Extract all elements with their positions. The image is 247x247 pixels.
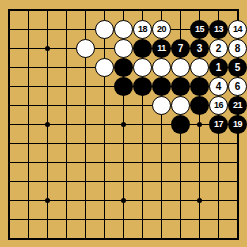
move-number: 5 xyxy=(235,63,241,73)
move-number: 6 xyxy=(235,82,241,92)
move-number: 11 xyxy=(157,44,166,53)
move-number: 14 xyxy=(233,25,242,34)
black-stone: 5 xyxy=(228,58,247,77)
black-stone xyxy=(171,77,190,96)
move-number: 4 xyxy=(216,82,222,92)
black-stone: 17 xyxy=(209,115,228,134)
white-stone xyxy=(190,58,209,77)
white-stone: 20 xyxy=(152,20,171,39)
move-number: 16 xyxy=(214,101,223,110)
white-stone: 4 xyxy=(209,77,228,96)
white-stone xyxy=(133,58,152,77)
white-stone: 14 xyxy=(228,20,247,39)
black-stone: 21 xyxy=(228,96,247,115)
move-number: 17 xyxy=(214,120,223,129)
black-stone xyxy=(133,77,152,96)
white-stone: 16 xyxy=(209,96,228,115)
black-stone xyxy=(114,77,133,96)
white-stone xyxy=(114,39,133,58)
black-stone xyxy=(133,39,152,58)
move-number: 8 xyxy=(235,44,241,54)
white-stone: 2 xyxy=(209,39,228,58)
move-number: 13 xyxy=(214,25,223,34)
move-number: 19 xyxy=(233,120,242,129)
white-stone: 6 xyxy=(228,77,247,96)
white-stone xyxy=(171,58,190,77)
black-stone xyxy=(190,96,209,115)
white-stone xyxy=(95,58,114,77)
move-number: 21 xyxy=(233,101,242,110)
black-stone: 19 xyxy=(228,115,247,134)
move-number: 7 xyxy=(178,44,184,54)
black-stone: 11 xyxy=(152,39,171,58)
black-stone: 3 xyxy=(190,39,209,58)
move-number: 20 xyxy=(157,25,166,34)
white-stone: 8 xyxy=(228,39,247,58)
stones-layer: 1820151314117328154616211719 xyxy=(0,1,247,247)
black-stone: 1 xyxy=(209,58,228,77)
move-number: 3 xyxy=(197,44,203,54)
black-stone: 13 xyxy=(209,20,228,39)
black-stone xyxy=(171,115,190,134)
white-stone xyxy=(95,20,114,39)
black-stone: 7 xyxy=(171,39,190,58)
white-stone xyxy=(171,96,190,115)
move-number: 2 xyxy=(216,44,222,54)
white-stone xyxy=(114,20,133,39)
move-number: 18 xyxy=(138,25,147,34)
black-stone xyxy=(152,77,171,96)
move-number: 15 xyxy=(195,25,204,34)
black-stone xyxy=(190,77,209,96)
white-stone xyxy=(76,39,95,58)
black-stone: 15 xyxy=(190,20,209,39)
move-number: 1 xyxy=(216,63,222,73)
go-board[interactable]: 1820151314117328154616211719 xyxy=(0,0,247,247)
white-stone xyxy=(152,58,171,77)
white-stone xyxy=(152,96,171,115)
white-stone: 18 xyxy=(133,20,152,39)
black-stone xyxy=(114,58,133,77)
